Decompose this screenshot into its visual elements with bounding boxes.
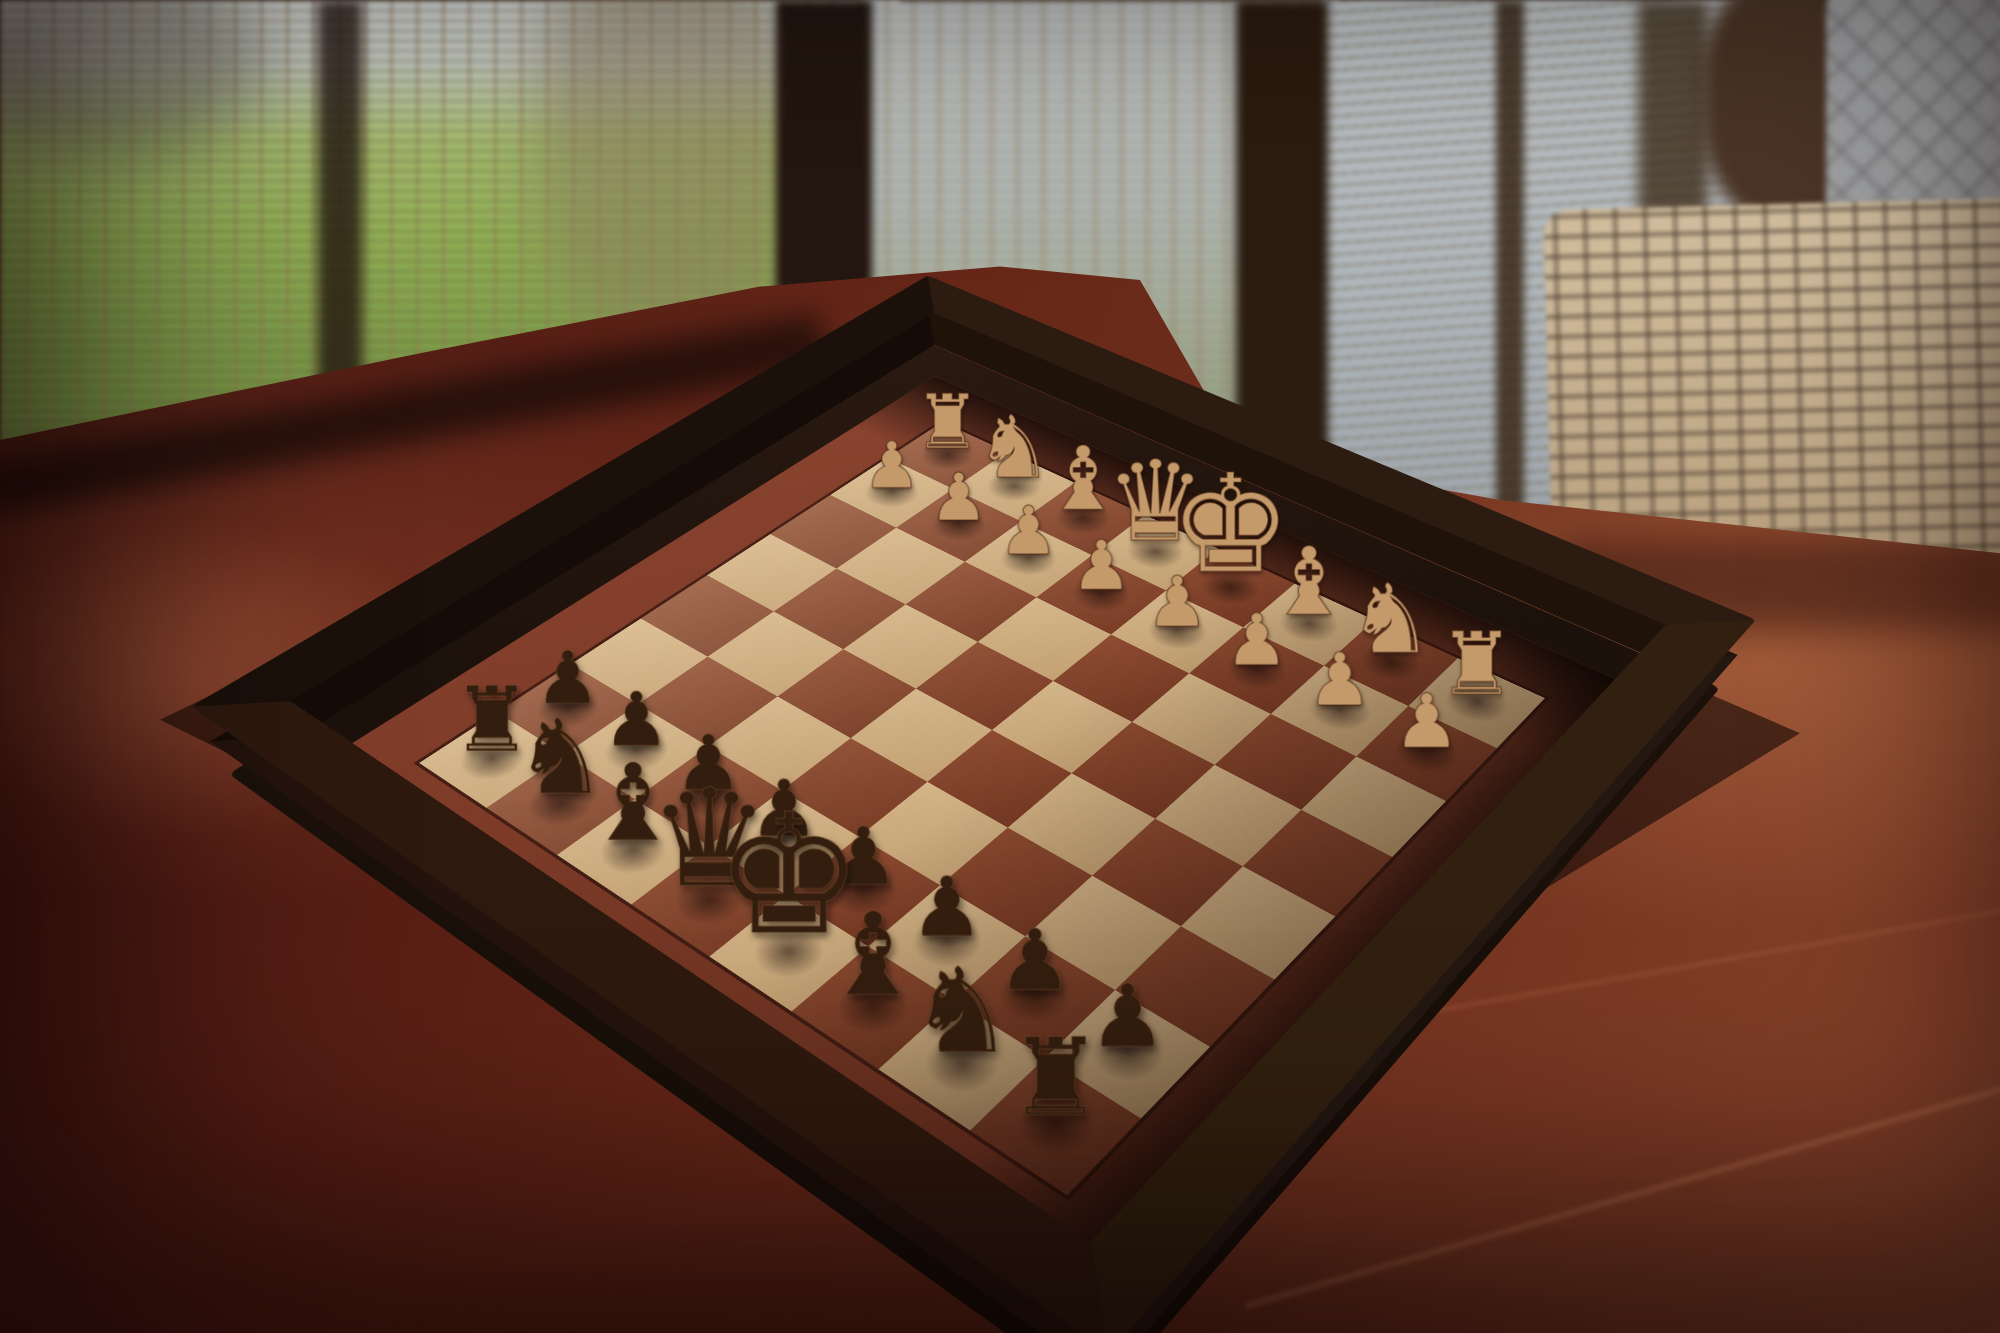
perspective-container: ♜♞♝♛♚♝♞♜♟♟♟♟♟♟♟♟♟♟♟♟♟♟♟♟♜♞♝♛♚♝♞♜ (0, 0, 2000, 1333)
chess-board: ♜♞♝♛♚♝♞♜♟♟♟♟♟♟♟♟♟♟♟♟♟♟♟♟♜♞♝♛♚♝♞♜ (229, 343, 1721, 1333)
tray-rim (191, 276, 1756, 1333)
photo-scene: ♜♞♝♛♚♝♞♜♟♟♟♟♟♟♟♟♟♟♟♟♟♟♟♟♜♞♝♛♚♝♞♜ (0, 0, 2000, 1333)
